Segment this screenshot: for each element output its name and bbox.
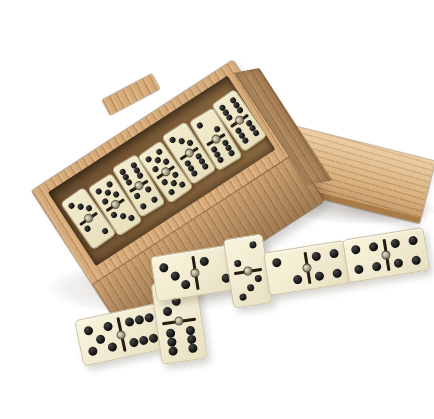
pip	[247, 284, 255, 292]
pip	[354, 264, 364, 274]
pip	[254, 275, 262, 283]
pip	[88, 346, 99, 357]
domino-4-4[interactable]	[342, 227, 430, 283]
pip	[170, 271, 180, 281]
pip	[369, 242, 379, 252]
pip	[167, 337, 177, 347]
pip	[180, 280, 190, 290]
pip	[138, 335, 149, 346]
pip	[372, 261, 382, 271]
pip	[271, 258, 281, 268]
pip	[162, 307, 172, 317]
pip	[107, 342, 118, 353]
pip	[350, 245, 360, 255]
pip	[102, 321, 113, 332]
pip	[311, 252, 321, 262]
pip	[393, 258, 403, 268]
pip	[125, 317, 136, 328]
pip	[95, 334, 106, 345]
pip	[249, 241, 257, 249]
pip	[239, 293, 247, 301]
pip	[293, 274, 303, 284]
table-dominoes	[0, 0, 434, 419]
pip	[84, 325, 95, 336]
pip	[188, 343, 198, 353]
pip	[185, 325, 195, 335]
pip	[199, 256, 209, 266]
pip	[168, 346, 178, 356]
pip	[411, 255, 421, 265]
pip	[234, 259, 242, 267]
domino-2-4[interactable]	[263, 240, 351, 296]
pip	[187, 334, 197, 344]
pip	[165, 328, 175, 338]
scene	[0, 0, 434, 419]
pip	[332, 268, 342, 278]
pip	[314, 271, 324, 281]
pip	[143, 313, 154, 324]
pip	[408, 236, 418, 246]
pip	[329, 249, 339, 259]
pip	[159, 263, 169, 273]
pip	[390, 239, 400, 249]
pip	[129, 337, 140, 348]
domino-half-6	[157, 318, 206, 364]
pip	[134, 315, 145, 326]
